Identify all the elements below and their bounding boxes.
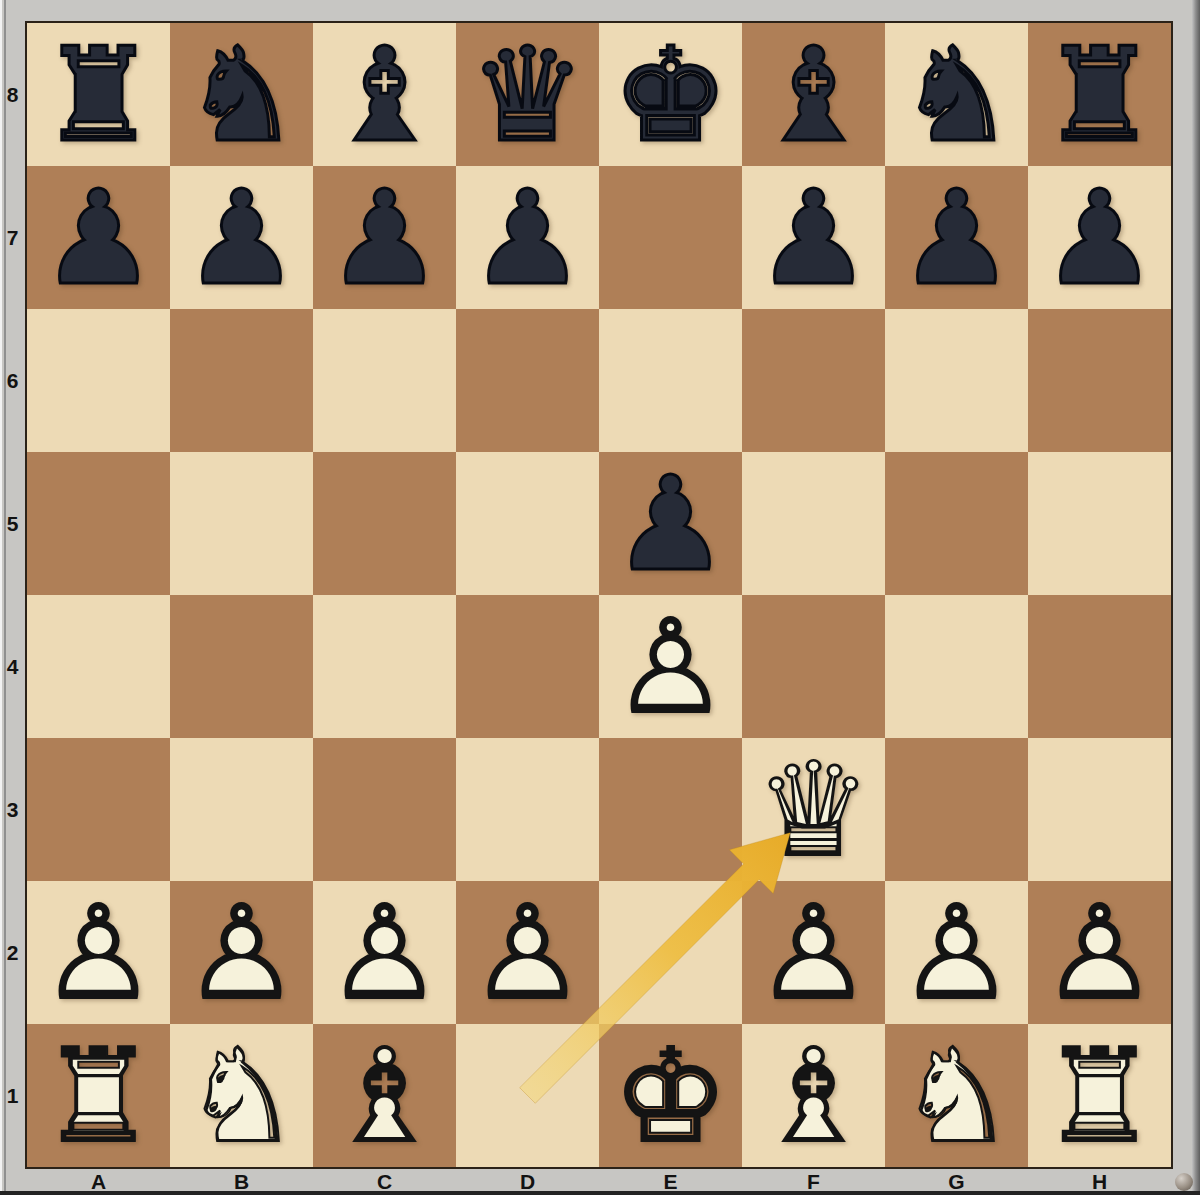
white-pawn[interactable]: ♟♙ [313, 881, 456, 1024]
black-pawn[interactable]: ♟ [170, 166, 313, 309]
square-f1[interactable]: ♝♗ [742, 1024, 885, 1167]
white-rook-outline-glyph: ♖ [27, 1025, 170, 1168]
square-c5[interactable] [313, 452, 456, 595]
black-pawn[interactable]: ♟ [456, 166, 599, 309]
white-pawn-outline-glyph: ♙ [313, 882, 456, 1025]
square-b5[interactable] [170, 452, 313, 595]
black-bishop[interactable]: ♝ [313, 23, 456, 166]
square-b7[interactable]: ♟ [170, 166, 313, 309]
black-pawn-glyph: ♟ [170, 167, 313, 310]
black-knight-glyph: ♞ [885, 24, 1028, 167]
white-pawn-outline-glyph: ♙ [27, 882, 170, 1025]
black-pawn-glyph: ♟ [313, 167, 456, 310]
rank-label-5: 5 [0, 452, 25, 595]
black-bishop-glyph: ♝ [313, 24, 456, 167]
square-c7[interactable]: ♟ [313, 166, 456, 309]
black-pawn-glyph: ♟ [456, 167, 599, 310]
black-rook[interactable]: ♜ [27, 23, 170, 166]
square-c2[interactable]: ♟♙ [313, 881, 456, 1024]
square-b2[interactable]: ♟♙ [170, 881, 313, 1024]
square-c8[interactable]: ♝ [313, 23, 456, 166]
square-g2[interactable]: ♟♙ [885, 881, 1028, 1024]
black-knight[interactable]: ♞ [885, 23, 1028, 166]
square-a8[interactable]: ♜ [27, 23, 170, 166]
white-rook[interactable]: ♜♖ [1028, 1024, 1171, 1167]
rank-label-2: 2 [0, 881, 25, 1024]
square-g3[interactable] [885, 738, 1028, 881]
white-queen-outline-glyph: ♕ [742, 739, 885, 882]
square-g8[interactable]: ♞ [885, 23, 1028, 166]
square-c4[interactable] [313, 595, 456, 738]
black-pawn-glyph: ♟ [599, 453, 742, 596]
square-d2[interactable]: ♟♙ [456, 881, 599, 1024]
black-pawn-glyph: ♟ [1028, 167, 1171, 310]
white-bishop-outline-glyph: ♗ [742, 1025, 885, 1168]
black-pawn-glyph: ♟ [742, 167, 885, 310]
black-pawn-glyph: ♟ [885, 167, 1028, 310]
black-bishop[interactable]: ♝ [742, 23, 885, 166]
square-a5[interactable] [27, 452, 170, 595]
square-e3[interactable] [599, 738, 742, 881]
square-a6[interactable] [27, 309, 170, 452]
black-queen-glyph: ♛ [456, 24, 599, 167]
rank-label-1: 1 [0, 1024, 25, 1167]
white-knight-outline-glyph: ♘ [170, 1025, 313, 1168]
square-c6[interactable] [313, 309, 456, 452]
square-h2[interactable]: ♟♙ [1028, 881, 1171, 1024]
square-c1[interactable]: ♝♗ [313, 1024, 456, 1167]
rank-label-4: 4 [0, 595, 25, 738]
white-pawn[interactable]: ♟♙ [170, 881, 313, 1024]
square-b6[interactable] [170, 309, 313, 452]
white-knight-outline-glyph: ♘ [885, 1025, 1028, 1168]
square-e1[interactable]: ♚♔ [599, 1024, 742, 1167]
square-h5[interactable] [1028, 452, 1171, 595]
black-rook-glyph: ♜ [1028, 24, 1171, 167]
black-pawn[interactable]: ♟ [742, 166, 885, 309]
square-d8[interactable]: ♛ [456, 23, 599, 166]
square-e5[interactable]: ♟ [599, 452, 742, 595]
rank-label-8: 8 [0, 23, 25, 166]
black-king-glyph: ♚ [599, 24, 742, 167]
black-pawn[interactable]: ♟ [27, 166, 170, 309]
rank-label-6: 6 [0, 309, 25, 452]
white-king-outline-glyph: ♔ [599, 1025, 742, 1168]
square-e6[interactable] [599, 309, 742, 452]
chess-board[interactable]: ♜♞♝♛♚♝♞♜♟♟♟♟♟♟♟♟♟♙♛♕♟♙♟♙♟♙♟♙♟♙♟♙♟♙♜♖♞♘♝♗… [25, 21, 1173, 1169]
white-pawn[interactable]: ♟♙ [456, 881, 599, 1024]
square-g7[interactable]: ♟ [885, 166, 1028, 309]
white-pawn-outline-glyph: ♙ [170, 882, 313, 1025]
square-h7[interactable]: ♟ [1028, 166, 1171, 309]
square-g5[interactable] [885, 452, 1028, 595]
black-king[interactable]: ♚ [599, 23, 742, 166]
square-h1[interactable]: ♜♖ [1028, 1024, 1171, 1167]
black-knight[interactable]: ♞ [170, 23, 313, 166]
square-g1[interactable]: ♞♘ [885, 1024, 1028, 1167]
white-pawn[interactable]: ♟♙ [885, 881, 1028, 1024]
square-f7[interactable]: ♟ [742, 166, 885, 309]
square-a3[interactable] [27, 738, 170, 881]
window-corner-ball-icon [1175, 1173, 1193, 1191]
square-a4[interactable] [27, 595, 170, 738]
white-pawn-outline-glyph: ♙ [742, 882, 885, 1025]
rank-label-3: 3 [0, 738, 25, 881]
white-pawn[interactable]: ♟♙ [1028, 881, 1171, 1024]
black-bishop-glyph: ♝ [742, 24, 885, 167]
square-d1[interactable] [456, 1024, 599, 1167]
white-rook-outline-glyph: ♖ [1028, 1025, 1171, 1168]
square-d3[interactable] [456, 738, 599, 881]
square-d4[interactable] [456, 595, 599, 738]
chess-board-window: ♜♞♝♛♚♝♞♜♟♟♟♟♟♟♟♟♟♙♛♕♟♙♟♙♟♙♟♙♟♙♟♙♟♙♜♖♞♘♝♗… [0, 0, 1200, 1195]
square-h4[interactable] [1028, 595, 1171, 738]
square-a2[interactable]: ♟♙ [27, 881, 170, 1024]
square-e7[interactable] [599, 166, 742, 309]
white-pawn[interactable]: ♟♙ [599, 595, 742, 738]
black-pawn[interactable]: ♟ [599, 452, 742, 595]
square-g4[interactable] [885, 595, 1028, 738]
white-knight[interactable]: ♞♘ [885, 1024, 1028, 1167]
black-queen[interactable]: ♛ [456, 23, 599, 166]
white-king[interactable]: ♚♔ [599, 1024, 742, 1167]
black-rook[interactable]: ♜ [1028, 23, 1171, 166]
square-f4[interactable] [742, 595, 885, 738]
square-b4[interactable] [170, 595, 313, 738]
square-b3[interactable] [170, 738, 313, 881]
square-h6[interactable] [1028, 309, 1171, 452]
white-pawn-outline-glyph: ♙ [599, 596, 742, 739]
white-pawn[interactable]: ♟♙ [742, 881, 885, 1024]
square-f2[interactable]: ♟♙ [742, 881, 885, 1024]
square-a1[interactable]: ♜♖ [27, 1024, 170, 1167]
square-h8[interactable]: ♜ [1028, 23, 1171, 166]
bottom-edge-line [0, 1191, 1200, 1195]
square-e8[interactable]: ♚ [599, 23, 742, 166]
square-f5[interactable] [742, 452, 885, 595]
square-b8[interactable]: ♞ [170, 23, 313, 166]
white-pawn-outline-glyph: ♙ [456, 882, 599, 1025]
right-edge-divider [1192, 0, 1200, 1195]
square-f6[interactable] [742, 309, 885, 452]
square-g6[interactable] [885, 309, 1028, 452]
square-h3[interactable] [1028, 738, 1171, 881]
square-f3[interactable]: ♛♕ [742, 738, 885, 881]
square-d7[interactable]: ♟ [456, 166, 599, 309]
rank-label-7: 7 [0, 166, 25, 309]
white-bishop-outline-glyph: ♗ [313, 1025, 456, 1168]
square-d5[interactable] [456, 452, 599, 595]
white-bishop[interactable]: ♝♗ [313, 1024, 456, 1167]
white-pawn[interactable]: ♟♙ [27, 881, 170, 1024]
black-pawn[interactable]: ♟ [1028, 166, 1171, 309]
black-pawn[interactable]: ♟ [885, 166, 1028, 309]
white-knight[interactable]: ♞♘ [170, 1024, 313, 1167]
square-d6[interactable] [456, 309, 599, 452]
square-e2[interactable] [599, 881, 742, 1024]
square-a7[interactable]: ♟ [27, 166, 170, 309]
white-pawn-outline-glyph: ♙ [885, 882, 1028, 1025]
black-rook-glyph: ♜ [27, 24, 170, 167]
black-pawn[interactable]: ♟ [313, 166, 456, 309]
white-bishop[interactable]: ♝♗ [742, 1024, 885, 1167]
square-b1[interactable]: ♞♘ [170, 1024, 313, 1167]
white-rook[interactable]: ♜♖ [27, 1024, 170, 1167]
black-pawn-glyph: ♟ [27, 167, 170, 310]
white-queen[interactable]: ♛♕ [742, 738, 885, 881]
square-e4[interactable]: ♟♙ [599, 595, 742, 738]
square-c3[interactable] [313, 738, 456, 881]
square-f8[interactable]: ♝ [742, 23, 885, 166]
black-knight-glyph: ♞ [170, 24, 313, 167]
white-pawn-outline-glyph: ♙ [1028, 882, 1171, 1025]
